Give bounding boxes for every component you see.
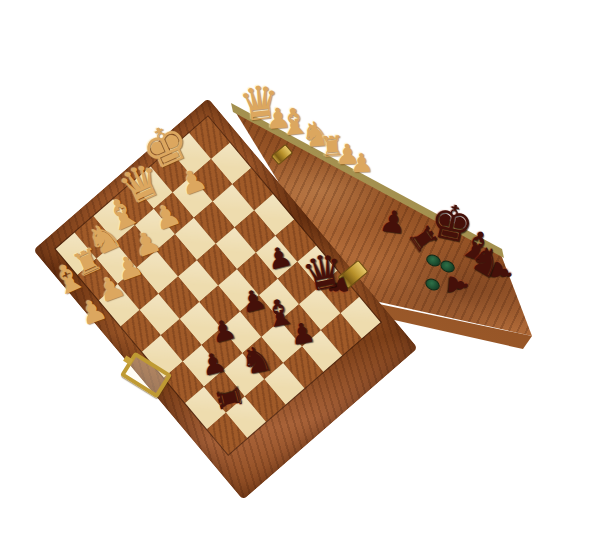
- chess-piece-dark-pawn: ♟: [378, 205, 409, 238]
- chess-piece-light-pawn: ♟: [349, 150, 373, 177]
- chess-piece-dark-pawn: ♟: [288, 318, 318, 350]
- chess-piece-dark-pawn: ♟: [444, 272, 472, 297]
- chess-set-photo: ♚♟♛♟♝♟♞♟♜♟♝♟♛♟♝♞♜♟♟♟♛♟♝♟♟♞♟♜♟♚♝♜♞♟♟♟: [0, 0, 600, 545]
